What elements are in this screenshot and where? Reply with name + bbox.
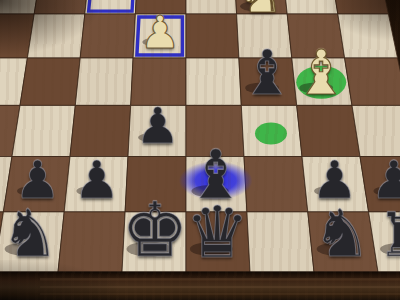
piece-black-queen-d8[interactable]: ♛ bbox=[185, 197, 249, 268]
piece-black-knight-b8[interactable]: ♞ bbox=[313, 201, 372, 266]
piece-black-pawn-a7[interactable]: ♟ bbox=[371, 154, 400, 206]
piece-black-rook-a8[interactable]: ♜ bbox=[377, 205, 400, 266]
piece-black-knight-g8[interactable]: ♞ bbox=[1, 201, 60, 266]
piece-white-bishop-b5[interactable]: ♝ bbox=[294, 43, 349, 105]
piece-black-bishop-c5[interactable]: ♝ bbox=[239, 43, 294, 105]
piece-black-king-e8[interactable]: ♚ bbox=[121, 193, 188, 268]
piece-black-pawn-e6[interactable]: ♟ bbox=[135, 102, 179, 152]
chess-board-3d: ♜♝♛♚♞♜♟♟♟♟♟♟♞♟♝♝♟♝♟♟♟♟♟♜♞♛♚♞♜ bbox=[0, 0, 400, 300]
piece-black-pawn-f7[interactable]: ♟ bbox=[74, 154, 121, 206]
piece-white-pawn-e4[interactable]: ♟ bbox=[140, 10, 181, 55]
pieces-layer: ♜♝♛♚♞♜♟♟♟♟♟♟♞♟♝♝♟♝♟♟♟♟♟♜♞♛♚♞♜ bbox=[0, 0, 400, 300]
piece-white-knight-c3[interactable]: ♞ bbox=[237, 0, 283, 20]
